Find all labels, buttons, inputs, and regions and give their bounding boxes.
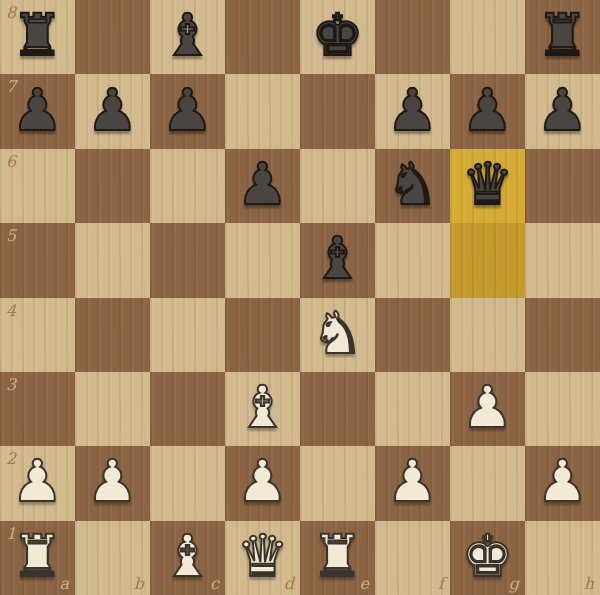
square-c5[interactable] — [150, 223, 225, 297]
piece-black-queen[interactable]: ♛ — [462, 149, 514, 221]
square-f1[interactable]: f — [375, 521, 450, 595]
square-e7[interactable] — [300, 74, 375, 148]
square-b5[interactable] — [75, 223, 150, 297]
square-e4[interactable]: ♞ — [300, 298, 375, 372]
rank-label-4: 4 — [6, 301, 16, 320]
square-g1[interactable]: g♚ — [450, 521, 525, 595]
square-d4[interactable] — [225, 298, 300, 372]
square-g6[interactable]: ♛ — [450, 149, 525, 223]
piece-black-bishop[interactable]: ♝ — [162, 0, 214, 72]
square-b6[interactable] — [75, 149, 150, 223]
square-c8[interactable]: ♝ — [150, 0, 225, 74]
piece-black-bishop[interactable]: ♝ — [312, 223, 364, 295]
piece-white-bishop[interactable]: ♝ — [162, 521, 214, 593]
piece-black-pawn[interactable]: ♟ — [537, 74, 589, 146]
piece-black-pawn[interactable]: ♟ — [162, 74, 214, 146]
square-f8[interactable] — [375, 0, 450, 74]
square-c6[interactable] — [150, 149, 225, 223]
piece-white-pawn[interactable]: ♟ — [87, 446, 139, 518]
square-h7[interactable]: ♟ — [525, 74, 600, 148]
square-a7[interactable]: 7♟ — [0, 74, 75, 148]
square-f3[interactable] — [375, 372, 450, 446]
square-a3[interactable]: 3 — [0, 372, 75, 446]
square-b1[interactable]: b — [75, 521, 150, 595]
square-a4[interactable]: 4 — [0, 298, 75, 372]
square-e5[interactable]: ♝ — [300, 223, 375, 297]
rank-label-5: 5 — [6, 226, 16, 245]
piece-white-pawn[interactable]: ♟ — [537, 446, 589, 518]
square-e3[interactable] — [300, 372, 375, 446]
piece-white-rook[interactable]: ♜ — [312, 521, 364, 593]
chess-board: 8♜♝♚♜7♟♟♟♟♟♟6♟♞♛5♝4♞3♝♟2♟♟♟♟♟1a♜bc♝d♛e♜f… — [0, 0, 600, 595]
square-f7[interactable]: ♟ — [375, 74, 450, 148]
square-f2[interactable]: ♟ — [375, 446, 450, 520]
piece-white-pawn[interactable]: ♟ — [237, 446, 289, 518]
square-a6[interactable]: 6 — [0, 149, 75, 223]
square-d2[interactable]: ♟ — [225, 446, 300, 520]
square-h5[interactable] — [525, 223, 600, 297]
square-a5[interactable]: 5 — [0, 223, 75, 297]
square-h8[interactable]: ♜ — [525, 0, 600, 74]
piece-black-pawn[interactable]: ♟ — [237, 149, 289, 221]
square-a1[interactable]: 1a♜ — [0, 521, 75, 595]
piece-black-pawn[interactable]: ♟ — [87, 74, 139, 146]
piece-black-rook[interactable]: ♜ — [12, 0, 64, 72]
piece-white-pawn[interactable]: ♟ — [462, 372, 514, 444]
piece-black-pawn[interactable]: ♟ — [387, 74, 439, 146]
square-d1[interactable]: d♛ — [225, 521, 300, 595]
square-e1[interactable]: e♜ — [300, 521, 375, 595]
file-label-b: b — [134, 574, 144, 593]
square-b4[interactable] — [75, 298, 150, 372]
square-d6[interactable]: ♟ — [225, 149, 300, 223]
square-f5[interactable] — [375, 223, 450, 297]
square-g4[interactable] — [450, 298, 525, 372]
square-c4[interactable] — [150, 298, 225, 372]
square-c7[interactable]: ♟ — [150, 74, 225, 148]
file-label-f: f — [438, 574, 444, 593]
piece-white-rook[interactable]: ♜ — [12, 521, 64, 593]
square-b3[interactable] — [75, 372, 150, 446]
square-c3[interactable] — [150, 372, 225, 446]
piece-black-pawn[interactable]: ♟ — [12, 74, 64, 146]
square-b2[interactable]: ♟ — [75, 446, 150, 520]
square-e8[interactable]: ♚ — [300, 0, 375, 74]
square-g2[interactable] — [450, 446, 525, 520]
piece-white-pawn[interactable]: ♟ — [387, 446, 439, 518]
square-h6[interactable] — [525, 149, 600, 223]
square-g5[interactable] — [450, 223, 525, 297]
square-h2[interactable]: ♟ — [525, 446, 600, 520]
piece-white-queen[interactable]: ♛ — [237, 521, 289, 593]
square-g3[interactable]: ♟ — [450, 372, 525, 446]
piece-white-bishop[interactable]: ♝ — [237, 372, 289, 444]
piece-black-knight[interactable]: ♞ — [387, 149, 439, 221]
square-g7[interactable]: ♟ — [450, 74, 525, 148]
square-d3[interactable]: ♝ — [225, 372, 300, 446]
piece-black-rook[interactable]: ♜ — [537, 0, 589, 72]
square-b8[interactable] — [75, 0, 150, 74]
square-c2[interactable] — [150, 446, 225, 520]
piece-white-pawn[interactable]: ♟ — [12, 446, 64, 518]
square-f4[interactable] — [375, 298, 450, 372]
square-g8[interactable] — [450, 0, 525, 74]
piece-black-king[interactable]: ♚ — [312, 0, 364, 72]
square-d7[interactable] — [225, 74, 300, 148]
square-d5[interactable] — [225, 223, 300, 297]
square-c1[interactable]: c♝ — [150, 521, 225, 595]
file-label-h: h — [584, 574, 594, 593]
piece-white-king[interactable]: ♚ — [462, 521, 514, 593]
piece-black-pawn[interactable]: ♟ — [462, 74, 514, 146]
square-b7[interactable]: ♟ — [75, 74, 150, 148]
square-h1[interactable]: h — [525, 521, 600, 595]
piece-white-knight[interactable]: ♞ — [312, 298, 364, 370]
square-a8[interactable]: 8♜ — [0, 0, 75, 74]
square-d8[interactable] — [225, 0, 300, 74]
square-a2[interactable]: 2♟ — [0, 446, 75, 520]
square-e2[interactable] — [300, 446, 375, 520]
square-h4[interactable] — [525, 298, 600, 372]
square-f6[interactable]: ♞ — [375, 149, 450, 223]
square-h3[interactable] — [525, 372, 600, 446]
rank-label-3: 3 — [6, 375, 16, 394]
square-e6[interactable] — [300, 149, 375, 223]
rank-label-6: 6 — [6, 152, 16, 171]
